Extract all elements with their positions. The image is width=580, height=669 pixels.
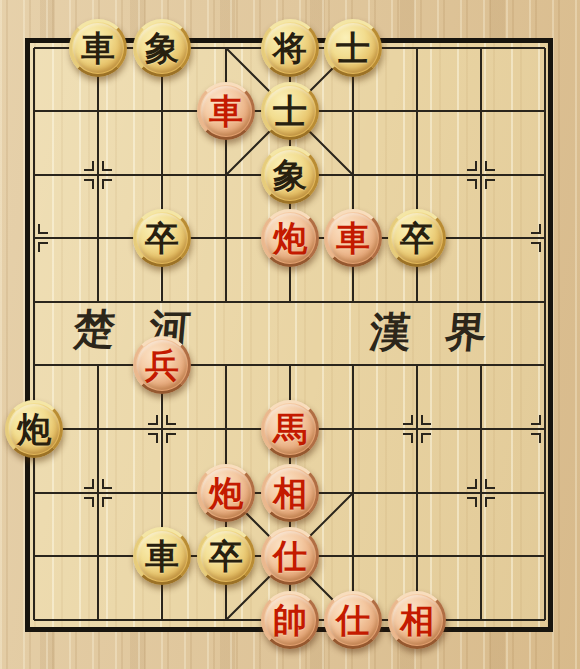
piece-black-soldier[interactable]: 卒 bbox=[133, 209, 191, 267]
piece-red-chariot[interactable]: 車 bbox=[324, 209, 382, 267]
piece-black-chariot[interactable]: 車 bbox=[69, 19, 127, 77]
piece-red-cannon[interactable]: 炮 bbox=[197, 464, 255, 522]
piece-red-advisor[interactable]: 仕 bbox=[261, 527, 319, 585]
piece-red-soldier[interactable]: 兵 bbox=[133, 336, 191, 394]
piece-black-soldier[interactable]: 卒 bbox=[197, 527, 255, 585]
piece-black-chariot[interactable]: 車 bbox=[133, 527, 191, 585]
piece-black-soldier[interactable]: 卒 bbox=[388, 209, 446, 267]
piece-black-elephant[interactable]: 象 bbox=[261, 146, 319, 204]
piece-red-chariot[interactable]: 車 bbox=[197, 82, 255, 140]
piece-black-advisor[interactable]: 士 bbox=[261, 82, 319, 140]
piece-black-general[interactable]: 将 bbox=[261, 19, 319, 77]
piece-red-horse[interactable]: 馬 bbox=[261, 400, 319, 458]
piece-red-general[interactable]: 帥 bbox=[261, 591, 319, 649]
piece-red-elephant[interactable]: 相 bbox=[388, 591, 446, 649]
piece-red-cannon[interactable]: 炮 bbox=[261, 209, 319, 267]
piece-black-advisor[interactable]: 士 bbox=[324, 19, 382, 77]
pieces-layer: 車象将士車士象卒炮車卒兵炮馬炮相車卒仕帥仕相 bbox=[0, 0, 580, 669]
xiangqi-board: 楚 河 漢 界 車象将士車士象卒炮車卒兵炮馬炮相車卒仕帥仕相 bbox=[0, 0, 580, 669]
piece-black-elephant[interactable]: 象 bbox=[133, 19, 191, 77]
piece-black-cannon[interactable]: 炮 bbox=[5, 400, 63, 458]
piece-red-advisor[interactable]: 仕 bbox=[324, 591, 382, 649]
piece-red-elephant[interactable]: 相 bbox=[261, 464, 319, 522]
